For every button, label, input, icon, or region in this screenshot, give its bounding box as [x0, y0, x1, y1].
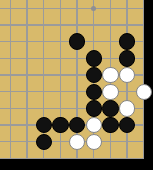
- stone-black-N3: [36, 117, 52, 133]
- grid-line-horizontal: [0, 158, 144, 159]
- screenshot-root: [0, 0, 153, 170]
- stone-black-O3: [52, 117, 68, 133]
- stone-white-R6: [102, 67, 118, 83]
- stone-black-S7: [119, 50, 135, 66]
- grid-line-horizontal: [0, 91, 144, 92]
- stone-black-Q7: [86, 50, 102, 66]
- stone-black-R3: [102, 117, 118, 133]
- stone-white-S4: [119, 100, 135, 116]
- grid-line-horizontal: [0, 24, 144, 25]
- stone-white-Q3: [86, 117, 102, 133]
- stone-black-Q4: [86, 100, 102, 116]
- grid-line-horizontal: [0, 8, 144, 9]
- stone-white-R5: [102, 84, 118, 100]
- stone-black-S8: [119, 33, 135, 49]
- stone-white-Q2: [86, 134, 102, 150]
- go-board[interactable]: [0, 0, 144, 159]
- stone-black-R4: [102, 100, 118, 116]
- stone-white-T5: [136, 84, 152, 100]
- stone-black-P8: [69, 33, 85, 49]
- stone-black-Q5: [86, 84, 102, 100]
- star-point-Q10: [91, 6, 96, 11]
- stone-black-N2: [36, 134, 52, 150]
- stone-black-Q6: [86, 67, 102, 83]
- stone-white-P2: [69, 134, 85, 150]
